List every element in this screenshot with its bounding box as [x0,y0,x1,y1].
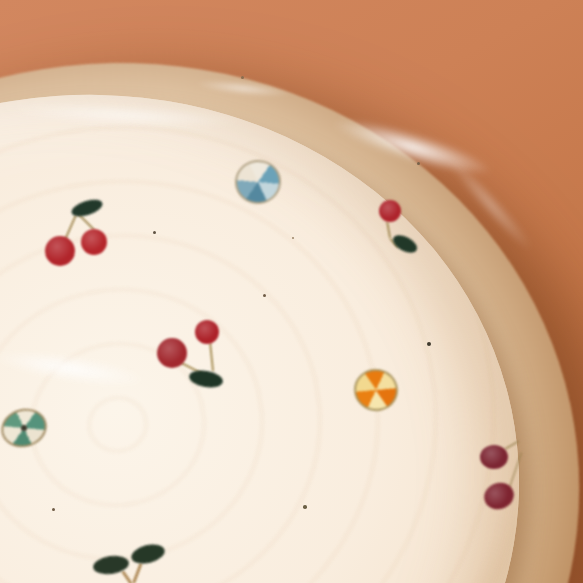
clay-speck-1 [153,231,156,234]
clay-speck-4 [427,342,431,346]
cherry-pair-top-left-leaf [70,196,105,219]
clay-speck-0 [241,76,244,79]
cherry-single-top-right-stem [386,221,391,238]
cherry-pair-middle-cherry [157,338,187,368]
clay-speck-2 [263,294,266,297]
cherry-pair-middle-cherry [195,320,219,344]
beach-ball-orange-ball [351,365,402,414]
beach-ball-blue-ball [233,158,283,206]
cherry-pair-middle-stem [209,342,214,371]
cherry-pair-top-left-cherry [45,236,75,266]
cherry-pair-right-shadow-cherry [480,479,517,514]
clay-speck-6 [52,508,55,511]
photo-orange-backdrop [0,0,583,583]
cherry-leaves-bottom-edge-stem [121,570,132,583]
cherry-leaves-bottom-edge-leaf [129,541,166,567]
clay-speck-3 [292,237,294,239]
cherry-pair-top-left-stem [64,214,77,240]
cherry-pair-middle-leaf [188,368,224,390]
cherry-pair-top-left-cherry [81,229,107,255]
cherry-pair-right-shadow-cherry [480,445,508,469]
painted-decorations [0,0,583,583]
clay-speck-7 [303,505,307,509]
cherry-single-top-right-cherry [379,200,401,222]
cherry-single-top-right-leaf [390,232,420,257]
cherry-pair-right-shadow-stem [508,452,522,488]
beach-ball-teal-dot [21,425,27,431]
cherry-leaves-bottom-edge-stem [132,562,143,583]
clay-speck-5 [417,162,420,165]
cherry-pair-right-shadow-stem [505,440,520,450]
